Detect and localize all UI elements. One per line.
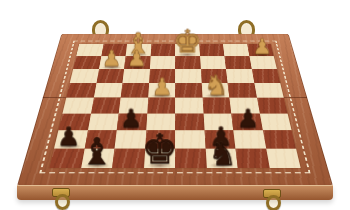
square-b6[interactable] xyxy=(96,69,124,83)
white-pawn[interactable]: ♟ xyxy=(116,48,157,70)
white-pawn[interactable]: ♟ xyxy=(242,36,282,57)
square-b5[interactable] xyxy=(93,83,122,98)
square-e7[interactable] xyxy=(175,56,200,69)
latch-ring xyxy=(55,194,70,210)
square-h1[interactable] xyxy=(266,148,301,168)
square-a5[interactable] xyxy=(66,83,96,98)
square-d1[interactable]: ♚ xyxy=(144,148,175,168)
white-pawn[interactable]: ♟ xyxy=(139,75,183,98)
square-f7[interactable] xyxy=(200,56,226,69)
latch-ring xyxy=(266,195,281,210)
square-h2[interactable] xyxy=(262,130,296,148)
chess-board-scene: ♝♚♟♟♟♟♞♟♟♟♟♝♚♞ xyxy=(17,34,333,186)
square-d5[interactable]: ♟ xyxy=(148,83,175,98)
white-king[interactable]: ♚ xyxy=(167,25,207,57)
square-f5[interactable]: ♞ xyxy=(201,83,229,98)
square-h7[interactable] xyxy=(249,56,277,69)
square-a4[interactable] xyxy=(62,98,93,114)
brass-latch-icon xyxy=(263,189,279,206)
brass-latch-icon xyxy=(52,188,68,205)
white-knight[interactable]: ♞ xyxy=(194,71,238,99)
square-e8[interactable]: ♚ xyxy=(175,44,200,56)
board-grid: ♝♚♟♟♟♟♞♟♟♟♟♝♚♞ xyxy=(49,44,300,168)
square-a6[interactable] xyxy=(70,69,99,83)
black-bishop[interactable]: ♝ xyxy=(71,133,122,170)
square-g7[interactable] xyxy=(224,56,251,69)
square-c7[interactable]: ♟ xyxy=(124,56,150,69)
square-b1[interactable]: ♝ xyxy=(81,148,115,168)
square-h5[interactable] xyxy=(254,83,284,98)
black-knight[interactable]: ♞ xyxy=(197,138,248,170)
chess-board: ♝♚♟♟♟♟♞♟♟♟♟♝♚♞ xyxy=(17,34,333,186)
photo-canvas: ♝♚♟♟♟♟♞♟♟♟♟♝♚♞ xyxy=(0,0,350,210)
square-h8[interactable]: ♟ xyxy=(247,44,274,56)
square-h6[interactable] xyxy=(251,69,280,83)
black-king[interactable]: ♚ xyxy=(134,129,185,170)
square-e4[interactable] xyxy=(175,98,203,114)
square-f1[interactable]: ♞ xyxy=(205,148,238,168)
